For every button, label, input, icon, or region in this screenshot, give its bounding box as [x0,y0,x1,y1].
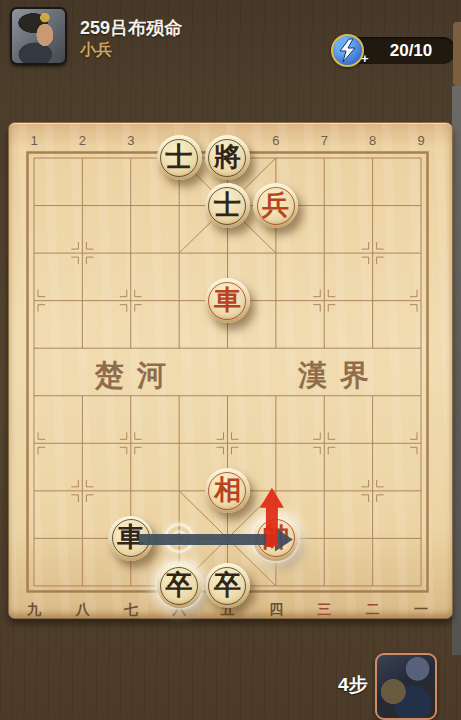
piece-glyph: 兵 [262,187,289,223]
piece-red-chariot[interactable]: 車 [205,278,250,323]
piece-black-soldier[interactable]: 卒 [157,563,202,608]
piece-glyph: 將 [214,139,241,175]
piece-black-soldier[interactable]: 卒 [205,563,250,608]
side-panel-edge [453,22,461,86]
energy-badge[interactable]: + 20/10 [334,37,456,64]
pieces-grid: 士將士兵車相車帥卒卒 [10,134,445,609]
xiangqi-board[interactable]: 123456789 九八七六五四三二一 楚河 漢界 士將士兵車相車帥卒卒 [8,122,453,619]
piece-glyph: 車 [117,519,144,555]
piece-black-advisor[interactable]: 士 [205,183,250,228]
plus-icon: + [361,51,369,66]
player-rank: 小兵 [80,40,112,61]
game-screen: 259吕布殒命 小兵 + 20/10 123456789 九八七六五四三二一 楚… [0,0,461,720]
piece-black-general[interactable]: 將 [205,135,250,180]
piece-red-general[interactable]: 帥 [253,516,298,561]
piece-red-elephant[interactable]: 相 [205,468,250,513]
piece-glyph: 車 [214,282,241,318]
move-marker [164,523,194,553]
piece-glyph: 相 [214,472,241,508]
reward-thumbnail[interactable] [375,653,437,720]
piece-black-advisor[interactable]: 士 [157,135,202,180]
energy-count: 20/10 [372,37,450,64]
piece-glyph: 士 [214,187,241,223]
piece-glyph: 帥 [262,519,289,555]
steps-counter: 4步 [338,672,368,698]
piece-black-chariot[interactable]: 車 [108,516,153,561]
puzzle-title: 259吕布殒命 [80,16,182,40]
piece-glyph: 卒 [166,567,193,603]
piece-glyph: 卒 [214,567,241,603]
player-avatar[interactable] [10,7,67,65]
piece-red-soldier[interactable]: 兵 [253,183,298,228]
lightning-icon [331,34,364,67]
piece-glyph: 士 [166,139,193,175]
